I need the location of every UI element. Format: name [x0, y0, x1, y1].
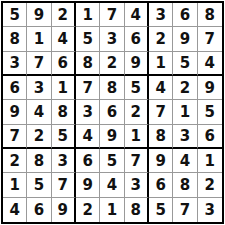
- sudoku-cell-r8c3[interactable]: 7: [52, 173, 76, 197]
- sudoku-cell-r3c5[interactable]: 2: [100, 52, 124, 76]
- sudoku-cell-r6c1[interactable]: 7: [3, 125, 27, 149]
- sudoku-cell-r4c5[interactable]: 8: [100, 76, 124, 100]
- sudoku-cell-r4c1[interactable]: 6: [3, 76, 27, 100]
- sudoku-cell-r5c1[interactable]: 9: [3, 100, 27, 124]
- sudoku-cell-r6c6[interactable]: 1: [125, 125, 149, 149]
- sudoku-cell-r2c5[interactable]: 3: [100, 27, 124, 51]
- sudoku-cell-r9c7[interactable]: 5: [149, 198, 173, 222]
- sudoku-cell-r9c9[interactable]: 3: [198, 198, 222, 222]
- sudoku-cell-r2c7[interactable]: 2: [149, 27, 173, 51]
- sudoku-cell-r6c2[interactable]: 2: [27, 125, 51, 149]
- sudoku-cell-r7c9[interactable]: 1: [198, 149, 222, 173]
- sudoku-cell-r1c9[interactable]: 8: [198, 3, 222, 27]
- sudoku-cell-r1c1[interactable]: 5: [3, 3, 27, 27]
- sudoku-cell-r1c7[interactable]: 3: [149, 3, 173, 27]
- sudoku-cell-r9c5[interactable]: 1: [100, 198, 124, 222]
- sudoku-cell-r1c5[interactable]: 7: [100, 3, 124, 27]
- sudoku-cell-r4c9[interactable]: 9: [198, 76, 222, 100]
- sudoku-cell-r5c8[interactable]: 1: [173, 100, 197, 124]
- sudoku-cell-r8c6[interactable]: 3: [125, 173, 149, 197]
- sudoku-cell-r3c8[interactable]: 5: [173, 52, 197, 76]
- sudoku-cell-r7c6[interactable]: 7: [125, 149, 149, 173]
- sudoku-cell-r2c6[interactable]: 6: [125, 27, 149, 51]
- sudoku-cell-r2c8[interactable]: 9: [173, 27, 197, 51]
- sudoku-cell-r9c4[interactable]: 2: [76, 198, 100, 222]
- sudoku-cell-r8c8[interactable]: 8: [173, 173, 197, 197]
- sudoku-cell-r4c7[interactable]: 4: [149, 76, 173, 100]
- sudoku-cell-r3c3[interactable]: 6: [52, 52, 76, 76]
- sudoku-cell-r6c8[interactable]: 3: [173, 125, 197, 149]
- sudoku-cell-r8c9[interactable]: 2: [198, 173, 222, 197]
- sudoku-cell-r7c3[interactable]: 3: [52, 149, 76, 173]
- sudoku-cell-r4c8[interactable]: 2: [173, 76, 197, 100]
- sudoku-cell-r1c3[interactable]: 2: [52, 3, 76, 27]
- sudoku-cell-r6c7[interactable]: 8: [149, 125, 173, 149]
- sudoku-cell-r3c9[interactable]: 4: [198, 52, 222, 76]
- sudoku-cell-r8c7[interactable]: 6: [149, 173, 173, 197]
- sudoku-cell-r2c4[interactable]: 5: [76, 27, 100, 51]
- sudoku-cell-r6c3[interactable]: 5: [52, 125, 76, 149]
- sudoku-cell-r2c3[interactable]: 4: [52, 27, 76, 51]
- sudoku-cell-r9c8[interactable]: 7: [173, 198, 197, 222]
- sudoku-cell-r4c2[interactable]: 3: [27, 76, 51, 100]
- sudoku-cell-r7c5[interactable]: 5: [100, 149, 124, 173]
- sudoku-cell-r2c1[interactable]: 8: [3, 27, 27, 51]
- sudoku-cell-r1c8[interactable]: 6: [173, 3, 197, 27]
- sudoku-cell-r5c3[interactable]: 8: [52, 100, 76, 124]
- sudoku-cell-r8c4[interactable]: 9: [76, 173, 100, 197]
- sudoku-cell-r9c3[interactable]: 9: [52, 198, 76, 222]
- sudoku-cell-r6c5[interactable]: 9: [100, 125, 124, 149]
- sudoku-cell-r8c2[interactable]: 5: [27, 173, 51, 197]
- sudoku-cell-r9c2[interactable]: 6: [27, 198, 51, 222]
- sudoku-cell-r2c2[interactable]: 1: [27, 27, 51, 51]
- sudoku-cell-r3c6[interactable]: 9: [125, 52, 149, 76]
- sudoku-cell-r9c6[interactable]: 8: [125, 198, 149, 222]
- sudoku-cell-r5c9[interactable]: 5: [198, 100, 222, 124]
- sudoku-cell-r4c4[interactable]: 7: [76, 76, 100, 100]
- sudoku-cell-r4c3[interactable]: 1: [52, 76, 76, 100]
- sudoku-cell-r1c6[interactable]: 4: [125, 3, 149, 27]
- sudoku-cell-r6c4[interactable]: 4: [76, 125, 100, 149]
- sudoku-cell-r3c2[interactable]: 7: [27, 52, 51, 76]
- sudoku-board: 5921743688145362973768291546317854299483…: [1, 1, 224, 224]
- sudoku-cell-r4c6[interactable]: 5: [125, 76, 149, 100]
- sudoku-cell-r7c4[interactable]: 6: [76, 149, 100, 173]
- sudoku-cell-r5c6[interactable]: 2: [125, 100, 149, 124]
- sudoku-cell-r8c1[interactable]: 1: [3, 173, 27, 197]
- sudoku-cell-r2c9[interactable]: 7: [198, 27, 222, 51]
- sudoku-cell-r3c7[interactable]: 1: [149, 52, 173, 76]
- sudoku-cell-r5c4[interactable]: 3: [76, 100, 100, 124]
- sudoku-cell-r6c9[interactable]: 6: [198, 125, 222, 149]
- sudoku-cell-r1c4[interactable]: 1: [76, 3, 100, 27]
- sudoku-cell-r7c2[interactable]: 8: [27, 149, 51, 173]
- sudoku-cell-r9c1[interactable]: 4: [3, 198, 27, 222]
- sudoku-cell-r5c5[interactable]: 6: [100, 100, 124, 124]
- sudoku-cell-r3c1[interactable]: 3: [3, 52, 27, 76]
- sudoku-cell-r7c1[interactable]: 2: [3, 149, 27, 173]
- sudoku-cell-r1c2[interactable]: 9: [27, 3, 51, 27]
- sudoku-cell-r5c2[interactable]: 4: [27, 100, 51, 124]
- sudoku-cell-r8c5[interactable]: 4: [100, 173, 124, 197]
- sudoku-cell-r3c4[interactable]: 8: [76, 52, 100, 76]
- sudoku-cell-r7c8[interactable]: 4: [173, 149, 197, 173]
- sudoku-cell-r7c7[interactable]: 9: [149, 149, 173, 173]
- sudoku-cell-r5c7[interactable]: 7: [149, 100, 173, 124]
